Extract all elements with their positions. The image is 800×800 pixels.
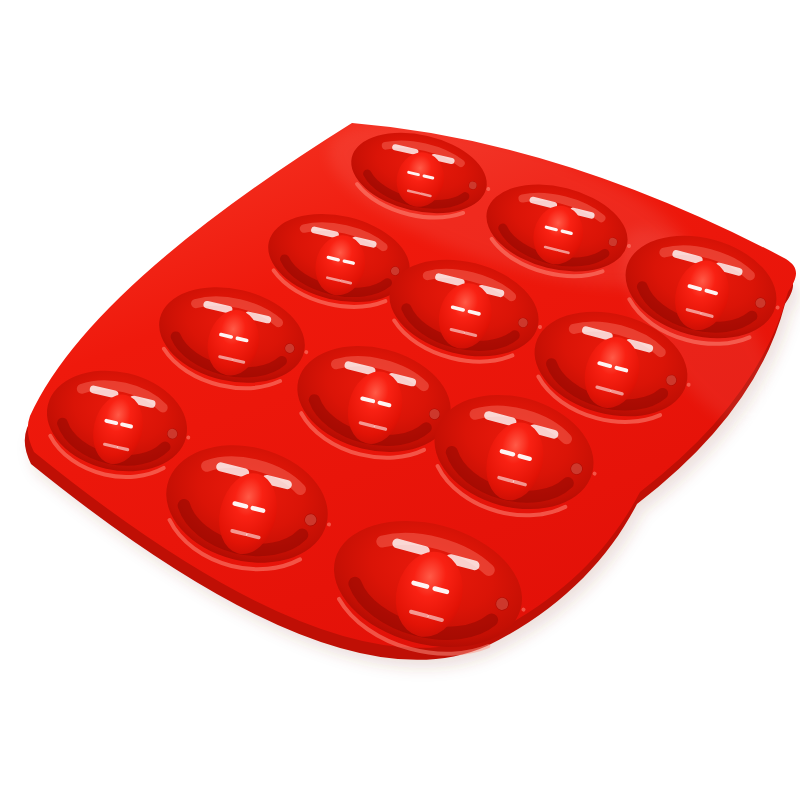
specular-highlight	[221, 467, 245, 473]
specular-highlight	[253, 508, 263, 511]
specular-highlight	[248, 535, 259, 538]
specular-highlight	[502, 451, 513, 454]
specular-highlight	[314, 230, 335, 235]
specular-highlight	[122, 424, 131, 426]
specular-highlight	[706, 291, 716, 294]
specular-highlight	[562, 231, 571, 233]
specular-highlight	[469, 311, 479, 313]
specular-highlight	[235, 504, 246, 507]
specular-highlight	[328, 257, 338, 259]
specular-highlight	[362, 398, 373, 401]
product-photo: 12-cavity red silicone donut baking mold	[0, 0, 800, 800]
specular-highlight	[344, 261, 353, 263]
specular-highlight	[435, 589, 447, 592]
specular-highlight	[489, 416, 512, 422]
specular-highlight	[520, 456, 530, 459]
donut-pan-image: 12-cavity red silicone donut baking mold	[0, 0, 800, 800]
specular-highlight	[106, 421, 116, 423]
specular-highlight	[118, 447, 127, 449]
specular-highlight	[207, 305, 229, 310]
donut-pan	[25, 89, 800, 674]
specular-highlight	[349, 365, 372, 371]
specular-highlight	[237, 338, 246, 340]
specular-highlight	[221, 335, 231, 337]
specular-highlight	[380, 403, 390, 405]
specular-highlight	[453, 307, 464, 310]
specular-highlight	[689, 286, 700, 289]
specular-highlight	[424, 176, 433, 178]
specular-highlight	[94, 389, 115, 394]
specular-highlight	[599, 363, 610, 366]
specular-highlight	[617, 368, 627, 371]
